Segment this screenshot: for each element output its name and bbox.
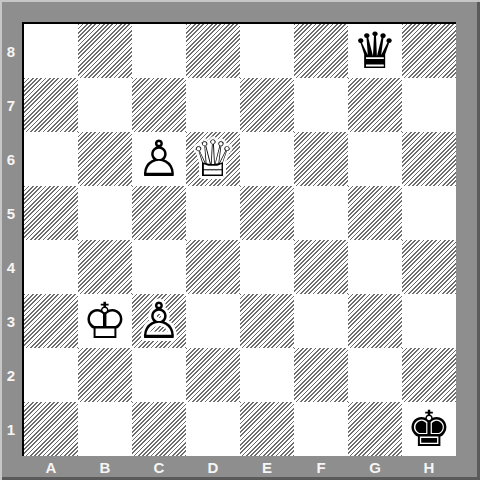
square-b1[interactable]	[78, 402, 132, 456]
rank-label-7: 7	[0, 78, 22, 132]
file-label-g: G	[348, 456, 402, 478]
square-c4[interactable]	[132, 240, 186, 294]
square-g5[interactable]	[348, 186, 402, 240]
square-h1[interactable]: ♚	[402, 402, 456, 456]
square-f8[interactable]	[294, 24, 348, 78]
file-label-f: F	[294, 456, 348, 478]
square-d1[interactable]	[186, 402, 240, 456]
square-h3[interactable]	[402, 294, 456, 348]
square-g8[interactable]: ♛	[348, 24, 402, 78]
rank-labels: 87654321	[0, 24, 22, 456]
file-label-d: D	[186, 456, 240, 478]
file-label-a: A	[24, 456, 78, 478]
square-f6[interactable]	[294, 132, 348, 186]
piece-white-pawn: ♙	[137, 296, 182, 346]
square-d4[interactable]	[186, 240, 240, 294]
square-d6[interactable]: ♕	[186, 132, 240, 186]
square-g4[interactable]	[348, 240, 402, 294]
square-h6[interactable]	[402, 132, 456, 186]
square-e4[interactable]	[240, 240, 294, 294]
square-h8[interactable]	[402, 24, 456, 78]
square-b7[interactable]	[78, 78, 132, 132]
square-f4[interactable]	[294, 240, 348, 294]
square-e7[interactable]	[240, 78, 294, 132]
square-e1[interactable]	[240, 402, 294, 456]
square-g1[interactable]	[348, 402, 402, 456]
rank-label-1: 1	[0, 402, 22, 456]
square-f2[interactable]	[294, 348, 348, 402]
square-e2[interactable]	[240, 348, 294, 402]
square-d5[interactable]	[186, 186, 240, 240]
file-label-h: H	[402, 456, 456, 478]
square-f1[interactable]	[294, 402, 348, 456]
square-a4[interactable]	[24, 240, 78, 294]
file-label-b: B	[78, 456, 132, 478]
square-c2[interactable]	[132, 348, 186, 402]
square-g6[interactable]	[348, 132, 402, 186]
rank-label-5: 5	[0, 186, 22, 240]
square-g2[interactable]	[348, 348, 402, 402]
square-d7[interactable]	[186, 78, 240, 132]
square-c5[interactable]	[132, 186, 186, 240]
piece-white-king: ♔	[83, 296, 128, 346]
square-a2[interactable]	[24, 348, 78, 402]
square-d8[interactable]	[186, 24, 240, 78]
square-d3[interactable]	[186, 294, 240, 348]
rank-label-4: 4	[0, 240, 22, 294]
square-a1[interactable]	[24, 402, 78, 456]
square-e5[interactable]	[240, 186, 294, 240]
square-c3[interactable]: ♙	[132, 294, 186, 348]
square-h2[interactable]	[402, 348, 456, 402]
square-c8[interactable]	[132, 24, 186, 78]
square-a6[interactable]	[24, 132, 78, 186]
square-b5[interactable]	[78, 186, 132, 240]
rank-label-8: 8	[0, 24, 22, 78]
chess-board: ♛♙♕♔♙♚	[22, 22, 456, 456]
square-h7[interactable]	[402, 78, 456, 132]
rank-label-2: 2	[0, 348, 22, 402]
square-b2[interactable]	[78, 348, 132, 402]
square-h4[interactable]	[402, 240, 456, 294]
piece-white-queen: ♕	[191, 134, 236, 184]
square-c7[interactable]	[132, 78, 186, 132]
square-h5[interactable]	[402, 186, 456, 240]
file-label-e: E	[240, 456, 294, 478]
square-a5[interactable]	[24, 186, 78, 240]
square-e3[interactable]	[240, 294, 294, 348]
square-e8[interactable]	[240, 24, 294, 78]
piece-black-king: ♚	[407, 404, 452, 454]
square-g3[interactable]	[348, 294, 402, 348]
file-labels: ABCDEFGH	[24, 456, 456, 478]
square-f7[interactable]	[294, 78, 348, 132]
rank-label-3: 3	[0, 294, 22, 348]
piece-white-pawn: ♙	[137, 134, 182, 184]
square-g7[interactable]	[348, 78, 402, 132]
square-b8[interactable]	[78, 24, 132, 78]
square-d2[interactable]	[186, 348, 240, 402]
board-frame: 87654321 ABCDEFGH ♛♙♕♔♙♚	[0, 0, 480, 480]
file-label-c: C	[132, 456, 186, 478]
square-a7[interactable]	[24, 78, 78, 132]
rank-label-6: 6	[0, 132, 22, 186]
square-c6[interactable]: ♙	[132, 132, 186, 186]
square-b6[interactable]	[78, 132, 132, 186]
square-b3[interactable]: ♔	[78, 294, 132, 348]
square-c1[interactable]	[132, 402, 186, 456]
square-e6[interactable]	[240, 132, 294, 186]
square-a3[interactable]	[24, 294, 78, 348]
square-b4[interactable]	[78, 240, 132, 294]
square-f5[interactable]	[294, 186, 348, 240]
square-a8[interactable]	[24, 24, 78, 78]
piece-black-queen: ♛	[353, 26, 398, 76]
square-f3[interactable]	[294, 294, 348, 348]
